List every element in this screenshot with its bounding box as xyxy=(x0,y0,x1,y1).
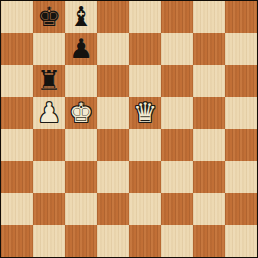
square-h1[interactable] xyxy=(225,225,257,257)
square-e5[interactable]: ♛ xyxy=(129,97,161,129)
square-a6[interactable] xyxy=(1,65,33,97)
black-king[interactable]: ♚ xyxy=(37,1,61,33)
square-a8[interactable] xyxy=(1,1,33,33)
square-c6[interactable] xyxy=(65,65,97,97)
square-d3[interactable] xyxy=(97,161,129,193)
white-king[interactable]: ♚ xyxy=(69,97,93,129)
square-d4[interactable] xyxy=(97,129,129,161)
square-b3[interactable] xyxy=(33,161,65,193)
square-e1[interactable] xyxy=(129,225,161,257)
square-b8[interactable]: ♚ xyxy=(33,1,65,33)
square-d7[interactable] xyxy=(97,33,129,65)
square-f7[interactable] xyxy=(161,33,193,65)
square-g8[interactable] xyxy=(193,1,225,33)
square-g3[interactable] xyxy=(193,161,225,193)
black-bishop[interactable]: ♝ xyxy=(69,1,93,33)
square-h6[interactable] xyxy=(225,65,257,97)
square-h3[interactable] xyxy=(225,161,257,193)
white-pawn[interactable]: ♟ xyxy=(37,97,61,129)
square-e3[interactable] xyxy=(129,161,161,193)
chess-board: ♚♝♟♜♟♚♛ xyxy=(1,1,257,257)
square-h8[interactable] xyxy=(225,1,257,33)
black-pawn[interactable]: ♟ xyxy=(69,33,93,65)
square-f2[interactable] xyxy=(161,193,193,225)
square-c4[interactable] xyxy=(65,129,97,161)
square-b6[interactable]: ♜ xyxy=(33,65,65,97)
square-a3[interactable] xyxy=(1,161,33,193)
square-f1[interactable] xyxy=(161,225,193,257)
square-g1[interactable] xyxy=(193,225,225,257)
square-b1[interactable] xyxy=(33,225,65,257)
chess-board-frame: ♚♝♟♜♟♚♛ xyxy=(0,0,258,258)
square-g5[interactable] xyxy=(193,97,225,129)
square-h2[interactable] xyxy=(225,193,257,225)
square-a4[interactable] xyxy=(1,129,33,161)
square-g4[interactable] xyxy=(193,129,225,161)
square-f3[interactable] xyxy=(161,161,193,193)
square-d2[interactable] xyxy=(97,193,129,225)
square-g7[interactable] xyxy=(193,33,225,65)
square-h5[interactable] xyxy=(225,97,257,129)
square-f6[interactable] xyxy=(161,65,193,97)
square-h7[interactable] xyxy=(225,33,257,65)
square-a1[interactable] xyxy=(1,225,33,257)
square-c2[interactable] xyxy=(65,193,97,225)
square-f8[interactable] xyxy=(161,1,193,33)
square-c8[interactable]: ♝ xyxy=(65,1,97,33)
square-a2[interactable] xyxy=(1,193,33,225)
square-d6[interactable] xyxy=(97,65,129,97)
square-e8[interactable] xyxy=(129,1,161,33)
square-f4[interactable] xyxy=(161,129,193,161)
square-g2[interactable] xyxy=(193,193,225,225)
square-a5[interactable] xyxy=(1,97,33,129)
square-c5[interactable]: ♚ xyxy=(65,97,97,129)
square-h4[interactable] xyxy=(225,129,257,161)
square-d1[interactable] xyxy=(97,225,129,257)
square-f5[interactable] xyxy=(161,97,193,129)
square-b4[interactable] xyxy=(33,129,65,161)
white-queen[interactable]: ♛ xyxy=(133,97,157,129)
square-d8[interactable] xyxy=(97,1,129,33)
square-e7[interactable] xyxy=(129,33,161,65)
square-b2[interactable] xyxy=(33,193,65,225)
square-c7[interactable]: ♟ xyxy=(65,33,97,65)
square-e6[interactable] xyxy=(129,65,161,97)
square-b7[interactable] xyxy=(33,33,65,65)
square-e2[interactable] xyxy=(129,193,161,225)
square-b5[interactable]: ♟ xyxy=(33,97,65,129)
black-rook[interactable]: ♜ xyxy=(37,65,61,97)
square-d5[interactable] xyxy=(97,97,129,129)
square-c1[interactable] xyxy=(65,225,97,257)
square-c3[interactable] xyxy=(65,161,97,193)
square-a7[interactable] xyxy=(1,33,33,65)
square-g6[interactable] xyxy=(193,65,225,97)
square-e4[interactable] xyxy=(129,129,161,161)
